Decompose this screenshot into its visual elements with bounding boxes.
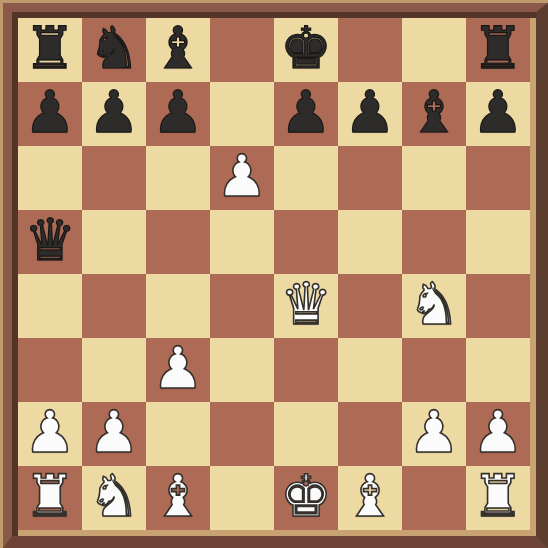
square-a5[interactable]: ♛ [18, 210, 82, 274]
square-b7[interactable]: ♟ [82, 82, 146, 146]
square-h8[interactable]: ♜ [466, 18, 530, 82]
piece-black-rook-h8[interactable]: ♜ [472, 16, 524, 80]
square-h3[interactable] [466, 338, 530, 402]
square-h4[interactable] [466, 274, 530, 338]
square-b6[interactable] [82, 146, 146, 210]
piece-white-pawn-a2[interactable]: ♟ [24, 400, 76, 464]
square-d6[interactable]: ♟ [210, 146, 274, 210]
square-c7[interactable]: ♟ [146, 82, 210, 146]
square-e4[interactable]: ♛ [274, 274, 338, 338]
piece-black-bishop-c8[interactable]: ♝ [152, 16, 204, 80]
square-f8[interactable] [338, 18, 402, 82]
square-a8[interactable]: ♜ [18, 18, 82, 82]
square-d2[interactable] [210, 402, 274, 466]
square-h2[interactable]: ♟ [466, 402, 530, 466]
piece-black-pawn-c7[interactable]: ♟ [152, 80, 204, 144]
piece-white-knight-g4[interactable]: ♞ [408, 272, 460, 336]
square-f7[interactable]: ♟ [338, 82, 402, 146]
piece-white-pawn-h2[interactable]: ♟ [472, 400, 524, 464]
square-c3[interactable]: ♟ [146, 338, 210, 402]
piece-white-pawn-g2[interactable]: ♟ [408, 400, 460, 464]
square-e8[interactable]: ♚ [274, 18, 338, 82]
square-e6[interactable] [274, 146, 338, 210]
square-d4[interactable] [210, 274, 274, 338]
square-b2[interactable]: ♟ [82, 402, 146, 466]
piece-black-rook-a8[interactable]: ♜ [24, 16, 76, 80]
square-g8[interactable] [402, 18, 466, 82]
square-f4[interactable] [338, 274, 402, 338]
square-f2[interactable] [338, 402, 402, 466]
square-e7[interactable]: ♟ [274, 82, 338, 146]
square-f3[interactable] [338, 338, 402, 402]
piece-black-pawn-a7[interactable]: ♟ [24, 80, 76, 144]
square-a6[interactable] [18, 146, 82, 210]
square-g1[interactable] [402, 466, 466, 530]
piece-white-bishop-f1[interactable]: ♝ [344, 464, 396, 528]
square-a3[interactable] [18, 338, 82, 402]
square-h5[interactable] [466, 210, 530, 274]
square-g6[interactable] [402, 146, 466, 210]
square-e3[interactable] [274, 338, 338, 402]
square-c2[interactable] [146, 402, 210, 466]
square-h1[interactable]: ♜ [466, 466, 530, 530]
piece-white-pawn-d6[interactable]: ♟ [216, 144, 268, 208]
square-g5[interactable] [402, 210, 466, 274]
square-b3[interactable] [82, 338, 146, 402]
square-d5[interactable] [210, 210, 274, 274]
square-c5[interactable] [146, 210, 210, 274]
square-f5[interactable] [338, 210, 402, 274]
piece-black-pawn-b7[interactable]: ♟ [88, 80, 140, 144]
square-g2[interactable]: ♟ [402, 402, 466, 466]
square-g3[interactable] [402, 338, 466, 402]
square-b8[interactable]: ♞ [82, 18, 146, 82]
square-c4[interactable] [146, 274, 210, 338]
square-f6[interactable] [338, 146, 402, 210]
square-b1[interactable]: ♞ [82, 466, 146, 530]
piece-black-knight-b8[interactable]: ♞ [88, 16, 140, 80]
chess-board: ♜♞♝♚♜♟♟♟♟♟♝♟♟♛♛♞♟♟♟♟♟♜♞♝♚♝♜ [18, 18, 530, 530]
square-f1[interactable]: ♝ [338, 466, 402, 530]
square-e1[interactable]: ♚ [274, 466, 338, 530]
piece-white-pawn-c3[interactable]: ♟ [152, 336, 204, 400]
piece-black-pawn-h7[interactable]: ♟ [472, 80, 524, 144]
square-h6[interactable] [466, 146, 530, 210]
square-c1[interactable]: ♝ [146, 466, 210, 530]
square-a4[interactable] [18, 274, 82, 338]
piece-white-queen-e4[interactable]: ♛ [280, 272, 332, 336]
square-b4[interactable] [82, 274, 146, 338]
piece-black-queen-a5[interactable]: ♛ [24, 208, 76, 272]
piece-white-bishop-c1[interactable]: ♝ [152, 464, 204, 528]
board-frame-inner: ♜♞♝♚♜♟♟♟♟♟♝♟♟♛♛♞♟♟♟♟♟♜♞♝♚♝♜ [18, 18, 536, 536]
piece-black-pawn-f7[interactable]: ♟ [344, 80, 396, 144]
piece-white-king-e1[interactable]: ♚ [280, 464, 332, 528]
piece-black-king-e8[interactable]: ♚ [280, 16, 332, 80]
piece-white-rook-a1[interactable]: ♜ [24, 464, 76, 528]
square-d3[interactable] [210, 338, 274, 402]
square-g4[interactable]: ♞ [402, 274, 466, 338]
square-h7[interactable]: ♟ [466, 82, 530, 146]
square-c8[interactable]: ♝ [146, 18, 210, 82]
piece-white-pawn-b2[interactable]: ♟ [88, 400, 140, 464]
board-frame-outer: ♜♞♝♚♜♟♟♟♟♟♝♟♟♛♛♞♟♟♟♟♟♜♞♝♚♝♜ [3, 3, 548, 548]
square-a1[interactable]: ♜ [18, 466, 82, 530]
square-d1[interactable] [210, 466, 274, 530]
piece-white-knight-b1[interactable]: ♞ [88, 464, 140, 528]
piece-black-bishop-g7[interactable]: ♝ [408, 80, 460, 144]
square-e2[interactable] [274, 402, 338, 466]
square-e5[interactable] [274, 210, 338, 274]
piece-white-rook-h1[interactable]: ♜ [472, 464, 524, 528]
square-a2[interactable]: ♟ [18, 402, 82, 466]
square-g7[interactable]: ♝ [402, 82, 466, 146]
square-d8[interactable] [210, 18, 274, 82]
square-a7[interactable]: ♟ [18, 82, 82, 146]
square-c6[interactable] [146, 146, 210, 210]
square-d7[interactable] [210, 82, 274, 146]
board-frame: ♜♞♝♚♜♟♟♟♟♟♝♟♟♛♛♞♟♟♟♟♟♜♞♝♚♝♜ [0, 0, 548, 548]
piece-black-pawn-e7[interactable]: ♟ [280, 80, 332, 144]
square-b5[interactable] [82, 210, 146, 274]
